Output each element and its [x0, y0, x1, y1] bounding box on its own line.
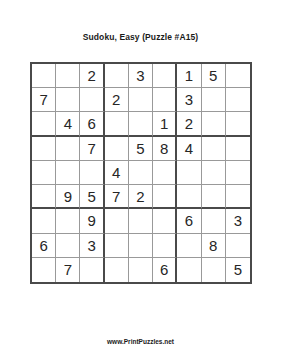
sudoku-cell-r4c7: 4	[177, 137, 201, 161]
sudoku-cell-r1c9[interactable]	[226, 64, 250, 88]
sudoku-cell-r2c5[interactable]	[129, 88, 153, 112]
sudoku-cell-r1c6[interactable]	[153, 64, 177, 88]
sudoku-cell-r4c1[interactable]	[32, 137, 56, 161]
sudoku-cell-r8c4[interactable]	[105, 234, 129, 258]
sudoku-cell-r3c3: 6	[80, 112, 104, 136]
sudoku-cell-r5c6[interactable]	[153, 161, 177, 185]
sudoku-cell-r8c5[interactable]	[129, 234, 153, 258]
sudoku-cell-r8c9[interactable]	[226, 234, 250, 258]
sudoku-board: 23157234612758449572963638765	[30, 62, 252, 284]
puzzle-title: Sudoku, Easy (Puzzle #A15)	[0, 32, 281, 42]
sudoku-cell-r3c4[interactable]	[105, 112, 129, 136]
sudoku-cell-r6c6[interactable]	[153, 185, 177, 209]
sudoku-cell-r7c3: 9	[80, 209, 104, 233]
sudoku-cell-r5c2[interactable]	[56, 161, 80, 185]
sudoku-cell-r9c6: 6	[153, 258, 177, 282]
sudoku-cell-r6c9[interactable]	[226, 185, 250, 209]
sudoku-cell-r5c8[interactable]	[202, 161, 226, 185]
sudoku-cell-r4c9[interactable]	[226, 137, 250, 161]
sudoku-cell-r7c9: 3	[226, 209, 250, 233]
sudoku-cell-r8c6[interactable]	[153, 234, 177, 258]
sudoku-cell-r6c5: 2	[129, 185, 153, 209]
sudoku-cell-r7c2[interactable]	[56, 209, 80, 233]
sudoku-cell-r4c8[interactable]	[202, 137, 226, 161]
sudoku-cell-r9c3[interactable]	[80, 258, 104, 282]
sudoku-cell-r1c4[interactable]	[105, 64, 129, 88]
sudoku-cell-r5c5[interactable]	[129, 161, 153, 185]
sudoku-cell-r1c2[interactable]	[56, 64, 80, 88]
sudoku-cell-r4c5: 5	[129, 137, 153, 161]
sudoku-cell-r5c1[interactable]	[32, 161, 56, 185]
sudoku-cell-r1c8: 5	[202, 64, 226, 88]
sudoku-cell-r7c6[interactable]	[153, 209, 177, 233]
sudoku-cell-r9c4[interactable]	[105, 258, 129, 282]
sudoku-cell-r4c4[interactable]	[105, 137, 129, 161]
sudoku-cell-r6c8[interactable]	[202, 185, 226, 209]
sudoku-cell-r8c8: 8	[202, 234, 226, 258]
sudoku-cell-r2c6[interactable]	[153, 88, 177, 112]
sudoku-cell-r3c1[interactable]	[32, 112, 56, 136]
sudoku-cell-r2c9[interactable]	[226, 88, 250, 112]
sudoku-cell-r5c7[interactable]	[177, 161, 201, 185]
page: { "title": "Sudoku, Easy (Puzzle #A15)",…	[0, 0, 281, 363]
sudoku-cell-r5c4: 4	[105, 161, 129, 185]
sudoku-cell-r7c8[interactable]	[202, 209, 226, 233]
sudoku-cell-r3c5[interactable]	[129, 112, 153, 136]
sudoku-cell-r5c9[interactable]	[226, 161, 250, 185]
sudoku-cell-r9c2: 7	[56, 258, 80, 282]
sudoku-cell-r7c5[interactable]	[129, 209, 153, 233]
sudoku-cell-r1c7: 1	[177, 64, 201, 88]
sudoku-cell-r2c3[interactable]	[80, 88, 104, 112]
sudoku-cell-r4c2[interactable]	[56, 137, 80, 161]
sudoku-cell-r3c8[interactable]	[202, 112, 226, 136]
sudoku-cell-r5c3[interactable]	[80, 161, 104, 185]
sudoku-cell-r7c4[interactable]	[105, 209, 129, 233]
sudoku-cell-r8c3: 3	[80, 234, 104, 258]
sudoku-cell-r6c1[interactable]	[32, 185, 56, 209]
sudoku-cell-r9c5[interactable]	[129, 258, 153, 282]
sudoku-cell-r9c9: 5	[226, 258, 250, 282]
footer-url: www.PrintPuzzles.net	[0, 338, 281, 345]
sudoku-cell-r1c1[interactable]	[32, 64, 56, 88]
sudoku-cell-r6c7[interactable]	[177, 185, 201, 209]
sudoku-cell-r9c1[interactable]	[32, 258, 56, 282]
sudoku-cell-r2c7: 3	[177, 88, 201, 112]
sudoku-cell-r3c6: 1	[153, 112, 177, 136]
sudoku-cell-r4c6: 8	[153, 137, 177, 161]
sudoku-cell-r6c3: 5	[80, 185, 104, 209]
sudoku-cell-r6c2: 9	[56, 185, 80, 209]
sudoku-cell-r9c7[interactable]	[177, 258, 201, 282]
sudoku-cell-r4c3: 7	[80, 137, 104, 161]
sudoku-cell-r2c2[interactable]	[56, 88, 80, 112]
sudoku-cell-r2c1: 7	[32, 88, 56, 112]
sudoku-cell-r8c7[interactable]	[177, 234, 201, 258]
sudoku-cell-r3c7: 2	[177, 112, 201, 136]
sudoku-cell-r1c5: 3	[129, 64, 153, 88]
sudoku-cell-r3c9[interactable]	[226, 112, 250, 136]
sudoku-cell-r9c8[interactable]	[202, 258, 226, 282]
sudoku-cell-r7c7: 6	[177, 209, 201, 233]
sudoku-cell-r3c2: 4	[56, 112, 80, 136]
sudoku-cell-r7c1[interactable]	[32, 209, 56, 233]
sudoku-cell-r1c3: 2	[80, 64, 104, 88]
sudoku-cell-r2c4: 2	[105, 88, 129, 112]
sudoku-cell-r2c8[interactable]	[202, 88, 226, 112]
sudoku-cell-r8c1: 6	[32, 234, 56, 258]
sudoku-cell-r8c2[interactable]	[56, 234, 80, 258]
sudoku-cell-r6c4: 7	[105, 185, 129, 209]
